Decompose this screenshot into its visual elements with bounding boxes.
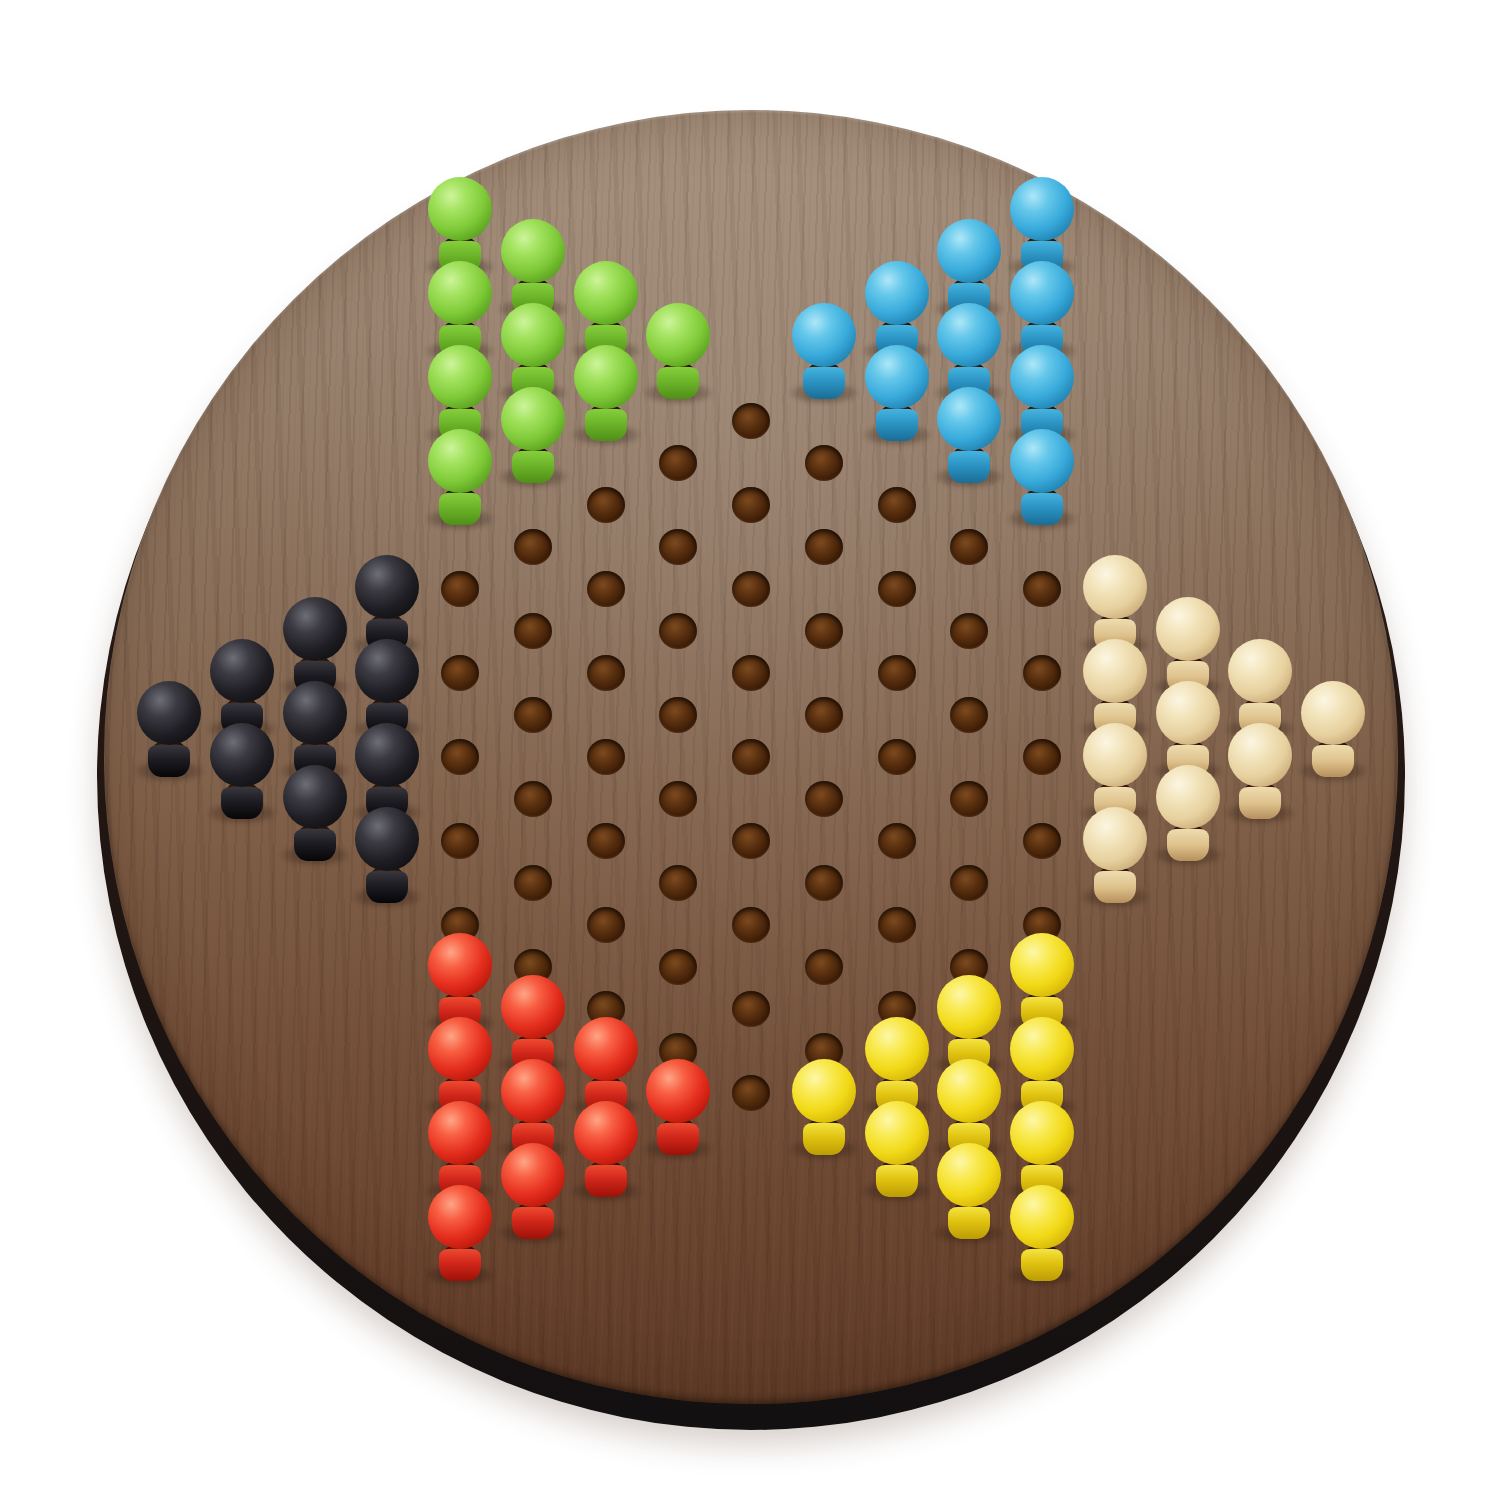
peg-ball xyxy=(283,681,347,745)
hole-c6-8[interactable] xyxy=(514,865,552,901)
hole-c10-6[interactable] xyxy=(805,781,843,817)
peg-ball xyxy=(792,1059,856,1123)
hole-c13-6[interactable] xyxy=(1023,655,1061,691)
hole-c10-5[interactable] xyxy=(805,697,843,733)
peg-ball xyxy=(428,261,492,325)
peg-ball xyxy=(574,1101,638,1165)
hole-c8-2[interactable] xyxy=(659,445,697,481)
peg-ball xyxy=(1010,261,1074,325)
peg-base xyxy=(585,409,627,441)
peg-ball xyxy=(428,1185,492,1249)
hole-c11-8[interactable] xyxy=(878,907,916,943)
hole-c13-5[interactable] xyxy=(1023,571,1061,607)
peg-ball xyxy=(355,639,419,703)
hole-c6-5[interactable] xyxy=(514,613,552,649)
peg-yellow[interactable] xyxy=(934,1143,1004,1241)
hole-c9-4[interactable] xyxy=(732,655,770,691)
hole-c5-7[interactable] xyxy=(441,739,479,775)
peg-ball xyxy=(1010,1101,1074,1165)
hole-c8-5[interactable] xyxy=(659,697,697,733)
peg-ball xyxy=(1156,765,1220,829)
hole-c11-7[interactable] xyxy=(878,823,916,859)
peg-ball xyxy=(937,387,1001,451)
peg-base xyxy=(439,1249,481,1281)
peg-ball xyxy=(1156,681,1220,745)
hole-c10-7[interactable] xyxy=(805,865,843,901)
peg-natural[interactable] xyxy=(1080,807,1150,905)
peg-ball xyxy=(1301,681,1365,745)
hole-c11-6[interactable] xyxy=(878,739,916,775)
peg-black[interactable] xyxy=(207,723,277,821)
peg-ball xyxy=(937,219,1001,283)
peg-base xyxy=(803,1123,845,1155)
peg-ball xyxy=(1228,723,1292,787)
hole-c11-5[interactable] xyxy=(878,655,916,691)
peg-yellow[interactable] xyxy=(862,1101,932,1199)
peg-ball xyxy=(937,1059,1001,1123)
peg-base xyxy=(585,1165,627,1197)
peg-base xyxy=(512,1207,554,1239)
peg-ball xyxy=(937,1143,1001,1207)
peg-ball xyxy=(137,681,201,745)
peg-base xyxy=(439,493,481,525)
peg-ball xyxy=(865,1017,929,1081)
peg-ball xyxy=(865,345,929,409)
peg-black[interactable] xyxy=(280,765,350,863)
peg-red[interactable] xyxy=(643,1059,713,1157)
peg-ball xyxy=(646,1059,710,1123)
peg-base xyxy=(876,1165,918,1197)
peg-base xyxy=(1239,787,1281,819)
hole-c13-8[interactable] xyxy=(1023,823,1061,859)
hole-c6-6[interactable] xyxy=(514,697,552,733)
hole-c7-3[interactable] xyxy=(587,487,625,523)
peg-green[interactable] xyxy=(425,429,495,527)
peg-ball xyxy=(1156,597,1220,661)
peg-ball xyxy=(355,555,419,619)
peg-ball xyxy=(428,1017,492,1081)
hole-c9-1[interactable] xyxy=(732,403,770,439)
peg-base xyxy=(657,1123,699,1155)
hole-c12-5[interactable] xyxy=(950,613,988,649)
peg-ball xyxy=(428,933,492,997)
peg-ball xyxy=(1083,555,1147,619)
peg-ball xyxy=(283,765,347,829)
hole-c12-4[interactable] xyxy=(950,529,988,565)
peg-ball xyxy=(1228,639,1292,703)
hole-c9-3[interactable] xyxy=(732,571,770,607)
peg-yellow[interactable] xyxy=(789,1059,859,1157)
hole-c7-8[interactable] xyxy=(587,907,625,943)
hole-c10-8[interactable] xyxy=(805,949,843,985)
peg-ball xyxy=(1010,345,1074,409)
hole-c6-7[interactable] xyxy=(514,781,552,817)
peg-base xyxy=(803,367,845,399)
peg-ball xyxy=(501,387,565,451)
peg-base xyxy=(1021,493,1063,525)
hole-c7-6[interactable] xyxy=(587,739,625,775)
hole-c12-7[interactable] xyxy=(950,781,988,817)
peg-base xyxy=(1167,829,1209,861)
hole-c8-6[interactable] xyxy=(659,781,697,817)
peg-ball xyxy=(501,1143,565,1207)
peg-ball xyxy=(937,975,1001,1039)
peg-ball xyxy=(428,177,492,241)
peg-ball xyxy=(865,1101,929,1165)
hole-c9-7[interactable] xyxy=(732,907,770,943)
peg-base xyxy=(948,1207,990,1239)
hole-c8-4[interactable] xyxy=(659,613,697,649)
peg-blue[interactable] xyxy=(1007,429,1077,527)
peg-ball xyxy=(865,261,929,325)
peg-ball xyxy=(574,1017,638,1081)
peg-ball xyxy=(1010,1017,1074,1081)
hole-c10-3[interactable] xyxy=(805,529,843,565)
hole-c8-7[interactable] xyxy=(659,865,697,901)
peg-base xyxy=(876,409,918,441)
peg-ball xyxy=(355,723,419,787)
peg-natural[interactable] xyxy=(1225,723,1295,821)
peg-ball xyxy=(1083,807,1147,871)
hole-c11-3[interactable] xyxy=(878,487,916,523)
peg-ball xyxy=(646,303,710,367)
peg-ball xyxy=(1010,177,1074,241)
peg-base xyxy=(1312,745,1354,777)
hole-c7-4[interactable] xyxy=(587,571,625,607)
hole-c10-2[interactable] xyxy=(805,445,843,481)
peg-ball xyxy=(937,303,1001,367)
peg-ball xyxy=(1010,429,1074,493)
peg-ball xyxy=(574,261,638,325)
peg-ball xyxy=(1083,723,1147,787)
hole-c5-8[interactable] xyxy=(441,823,479,859)
hole-c12-8[interactable] xyxy=(950,865,988,901)
hole-c8-3[interactable] xyxy=(659,529,697,565)
peg-ball xyxy=(792,303,856,367)
hole-c10-4[interactable] xyxy=(805,613,843,649)
peg-red[interactable] xyxy=(571,1101,641,1199)
peg-ball xyxy=(210,723,274,787)
peg-blue[interactable] xyxy=(789,303,859,401)
hole-c7-5[interactable] xyxy=(587,655,625,691)
hole-c9-2[interactable] xyxy=(732,487,770,523)
peg-base xyxy=(221,787,263,819)
peg-ball xyxy=(1083,639,1147,703)
scene xyxy=(0,0,1500,1500)
peg-natural[interactable] xyxy=(1298,681,1368,779)
peg-base xyxy=(366,871,408,903)
peg-ball xyxy=(1010,1185,1074,1249)
hole-c9-9[interactable] xyxy=(732,1075,770,1111)
peg-blue[interactable] xyxy=(934,387,1004,485)
peg-ball xyxy=(210,639,274,703)
peg-base xyxy=(512,451,554,483)
peg-black[interactable] xyxy=(352,807,422,905)
chinese-checkers-board xyxy=(104,110,1398,1404)
peg-green[interactable] xyxy=(498,387,568,485)
hole-c7-7[interactable] xyxy=(587,823,625,859)
page-background: { "game": "Chinese Checkers", "scene": {… xyxy=(0,0,1500,1500)
peg-ball xyxy=(428,429,492,493)
hole-c8-8[interactable] xyxy=(659,949,697,985)
peg-base xyxy=(148,745,190,777)
peg-green[interactable] xyxy=(571,345,641,443)
peg-base xyxy=(948,451,990,483)
peg-black[interactable] xyxy=(134,681,204,779)
peg-natural[interactable] xyxy=(1153,765,1223,863)
hole-c11-4[interactable] xyxy=(878,571,916,607)
hole-c9-8[interactable] xyxy=(732,991,770,1027)
peg-base xyxy=(657,367,699,399)
hole-c9-5[interactable] xyxy=(732,739,770,775)
peg-ball xyxy=(501,975,565,1039)
peg-red[interactable] xyxy=(425,1185,495,1283)
peg-ball xyxy=(355,807,419,871)
peg-ball xyxy=(501,303,565,367)
peg-blue[interactable] xyxy=(862,345,932,443)
peg-red[interactable] xyxy=(498,1143,568,1241)
peg-green[interactable] xyxy=(643,303,713,401)
peg-ball xyxy=(283,597,347,661)
peg-base xyxy=(294,829,336,861)
hole-c5-5[interactable] xyxy=(441,571,479,607)
hole-c12-6[interactable] xyxy=(950,697,988,733)
peg-ball xyxy=(574,345,638,409)
peg-base xyxy=(1021,1249,1063,1281)
peg-ball xyxy=(501,1059,565,1123)
peg-yellow[interactable] xyxy=(1007,1185,1077,1283)
peg-ball xyxy=(428,345,492,409)
peg-ball xyxy=(501,219,565,283)
hole-c13-7[interactable] xyxy=(1023,739,1061,775)
peg-base xyxy=(1094,871,1136,903)
hole-c6-4[interactable] xyxy=(514,529,552,565)
hole-c5-6[interactable] xyxy=(441,655,479,691)
hole-c9-6[interactable] xyxy=(732,823,770,859)
peg-ball xyxy=(428,1101,492,1165)
peg-ball xyxy=(1010,933,1074,997)
